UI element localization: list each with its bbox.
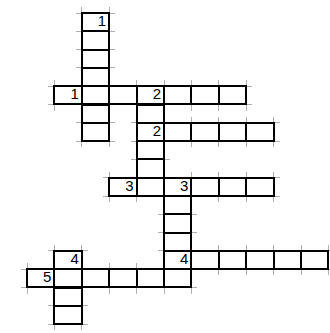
crossword-cell[interactable] xyxy=(81,49,110,69)
crossword-cell[interactable] xyxy=(163,213,192,233)
crossword-cell[interactable] xyxy=(53,305,82,325)
crossword-cell[interactable] xyxy=(136,104,165,124)
crossword-cell[interactable] xyxy=(218,250,247,270)
crossword-cell[interactable] xyxy=(218,122,247,142)
crossword-cell[interactable] xyxy=(218,85,247,105)
crossword-cell[interactable] xyxy=(163,268,192,288)
crossword-cell[interactable]: 2 xyxy=(136,85,165,105)
crossword-cell[interactable] xyxy=(273,250,302,270)
crossword-cell[interactable] xyxy=(53,268,82,288)
crossword-cell[interactable] xyxy=(53,287,82,307)
crossword-cell[interactable] xyxy=(190,122,219,142)
clue-number: 1 xyxy=(70,86,78,102)
crossword-cell[interactable] xyxy=(108,85,137,105)
clue-number: 2 xyxy=(153,86,161,102)
crossword-cell[interactable] xyxy=(81,104,110,124)
crossword-cell[interactable] xyxy=(190,85,219,105)
crossword-cell[interactable] xyxy=(190,177,219,197)
crossword-cell[interactable] xyxy=(245,122,274,142)
crossword-cell[interactable] xyxy=(190,250,219,270)
crossword-screen: 112233445 xyxy=(0,0,330,333)
crossword-cell[interactable] xyxy=(218,177,247,197)
crossword-cell[interactable] xyxy=(81,122,110,142)
clue-number: 1 xyxy=(98,13,106,29)
clue-number: 3 xyxy=(180,178,188,194)
clue-number: 4 xyxy=(70,251,78,267)
crossword-cell[interactable] xyxy=(136,177,165,197)
crossword-cell[interactable]: 2 xyxy=(136,122,165,142)
crossword-cell[interactable] xyxy=(81,30,110,50)
crossword-cell[interactable] xyxy=(136,268,165,288)
clue-number: 3 xyxy=(125,178,133,194)
crossword-cell[interactable]: 4 xyxy=(53,250,82,270)
crossword-cell[interactable] xyxy=(163,85,192,105)
crossword-cell[interactable] xyxy=(163,122,192,142)
crossword-cell[interactable] xyxy=(108,268,137,288)
crossword-cell[interactable] xyxy=(136,140,165,160)
crossword-cell[interactable]: 3 xyxy=(108,177,137,197)
crossword-cell[interactable] xyxy=(81,268,110,288)
crossword-cell[interactable] xyxy=(163,195,192,215)
crossword-cell[interactable] xyxy=(300,250,329,270)
clue-number: 4 xyxy=(180,251,188,267)
crossword-cell[interactable]: 5 xyxy=(26,268,55,288)
crossword-cell[interactable] xyxy=(245,250,274,270)
crossword-cell[interactable] xyxy=(163,232,192,252)
crossword-cell[interactable] xyxy=(245,177,274,197)
clue-number: 2 xyxy=(153,123,161,139)
crossword-board: 112233445 xyxy=(0,0,330,333)
crossword-cell[interactable]: 4 xyxy=(163,250,192,270)
crossword-cell[interactable]: 3 xyxy=(163,177,192,197)
crossword-cell[interactable] xyxy=(81,85,110,105)
crossword-cell[interactable] xyxy=(136,158,165,178)
clue-number: 5 xyxy=(43,269,51,285)
crossword-cell[interactable]: 1 xyxy=(53,85,82,105)
crossword-cell[interactable]: 1 xyxy=(81,12,110,32)
crossword-cell[interactable] xyxy=(81,67,110,87)
